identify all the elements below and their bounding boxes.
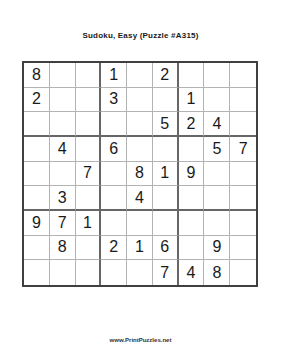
cell-r5c3: 7	[76, 162, 102, 187]
cell-r8c6: 6	[153, 236, 179, 261]
cell-r8c7	[179, 236, 205, 261]
cell-r2c4: 3	[101, 88, 127, 113]
cell-r1c6: 2	[153, 63, 179, 88]
cell-r1c8	[204, 63, 230, 88]
cell-r6c7	[179, 186, 205, 211]
cell-r6c8	[204, 186, 230, 211]
cell-r5c9	[230, 162, 256, 187]
cell-r2c6	[153, 88, 179, 113]
cell-r9c6: 7	[153, 260, 179, 285]
cell-r3c3	[76, 112, 102, 137]
cell-r9c9	[230, 260, 256, 285]
cell-r1c7	[179, 63, 205, 88]
cell-r3c6: 5	[153, 112, 179, 137]
cell-r9c4	[101, 260, 127, 285]
cell-r8c8: 9	[204, 236, 230, 261]
cell-r3c4	[101, 112, 127, 137]
cell-r8c4: 2	[101, 236, 127, 261]
cell-r5c8	[204, 162, 230, 187]
cell-r5c4	[101, 162, 127, 187]
cell-r4c2: 4	[50, 137, 76, 162]
cell-r8c3	[76, 236, 102, 261]
cell-r7c3: 1	[76, 211, 102, 236]
cell-r1c1: 8	[24, 63, 50, 88]
cell-r3c9	[230, 112, 256, 137]
cell-r9c3	[76, 260, 102, 285]
cell-r1c5	[127, 63, 153, 88]
cell-r7c9	[230, 211, 256, 236]
cell-r3c5	[127, 112, 153, 137]
cell-r5c2	[50, 162, 76, 187]
cell-r4c7	[179, 137, 205, 162]
cell-r4c1	[24, 137, 50, 162]
cell-r9c7: 4	[179, 260, 205, 285]
cell-r7c6	[153, 211, 179, 236]
cell-r8c1	[24, 236, 50, 261]
cell-r8c2: 8	[50, 236, 76, 261]
cell-r5c7: 9	[179, 162, 205, 187]
cell-r5c1	[24, 162, 50, 187]
cell-r6c2: 3	[50, 186, 76, 211]
cell-r9c5	[127, 260, 153, 285]
cell-r4c8: 5	[204, 137, 230, 162]
cell-r4c5	[127, 137, 153, 162]
cell-r2c3	[76, 88, 102, 113]
cell-r7c2: 7	[50, 211, 76, 236]
cell-r2c2	[50, 88, 76, 113]
cell-r7c4	[101, 211, 127, 236]
cell-r6c6	[153, 186, 179, 211]
cell-r6c4	[101, 186, 127, 211]
cell-r2c5	[127, 88, 153, 113]
cell-r9c1	[24, 260, 50, 285]
cell-r1c4: 1	[101, 63, 127, 88]
cell-r7c5	[127, 211, 153, 236]
cell-r1c3	[76, 63, 102, 88]
cell-r2c1: 2	[24, 88, 50, 113]
cell-r3c2	[50, 112, 76, 137]
cell-r1c9	[230, 63, 256, 88]
puzzle-page: Sudoku, Easy (Puzzle #A315) 812231524465…	[0, 0, 281, 363]
cell-r3c7: 2	[179, 112, 205, 137]
cell-r5c6: 1	[153, 162, 179, 187]
cell-r3c8: 4	[204, 112, 230, 137]
cell-r4c9: 7	[230, 137, 256, 162]
cell-r3c1	[24, 112, 50, 137]
cell-r7c7	[179, 211, 205, 236]
footer-url: www.PrintPuzzles.net	[0, 337, 281, 343]
cell-r6c5: 4	[127, 186, 153, 211]
cell-r2c9	[230, 88, 256, 113]
cell-r2c7: 1	[179, 88, 205, 113]
cell-r6c9	[230, 186, 256, 211]
cell-r4c4: 6	[101, 137, 127, 162]
puzzle-title: Sudoku, Easy (Puzzle #A315)	[0, 31, 281, 40]
cell-r6c1	[24, 186, 50, 211]
cell-r4c3	[76, 137, 102, 162]
cell-r8c9	[230, 236, 256, 261]
sudoku-board: 812231524465778193497182169748	[22, 61, 258, 287]
cell-r9c2	[50, 260, 76, 285]
cell-r8c5: 1	[127, 236, 153, 261]
cell-r7c8	[204, 211, 230, 236]
cell-r7c1: 9	[24, 211, 50, 236]
cell-r2c8	[204, 88, 230, 113]
cell-r4c6	[153, 137, 179, 162]
cell-r9c8: 8	[204, 260, 230, 285]
cell-r1c2	[50, 63, 76, 88]
cell-r6c3	[76, 186, 102, 211]
cell-r5c5: 8	[127, 162, 153, 187]
